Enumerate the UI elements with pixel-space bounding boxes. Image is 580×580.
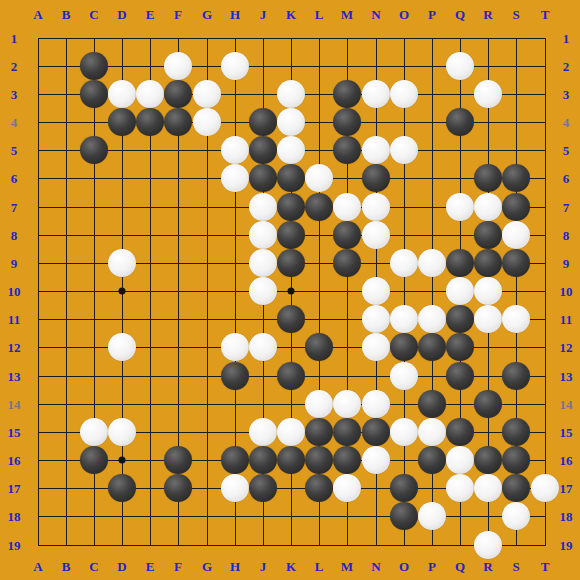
row-label-left-13: 13 [8,370,21,383]
stone-white-Q2[interactable] [446,52,474,80]
row-label-left-17: 17 [8,482,21,495]
stone-white-J9[interactable] [249,249,277,277]
stone-white-N14[interactable] [362,390,390,418]
stone-white-D9[interactable] [108,249,136,277]
stone-white-N3[interactable] [362,80,390,108]
stone-white-K4[interactable] [277,108,305,136]
stone-white-Q16[interactable] [446,446,474,474]
grid-line-horizontal [38,516,546,517]
stone-white-N11[interactable] [362,305,390,333]
row-label-right-5: 5 [563,144,570,157]
stone-black-S7[interactable] [502,193,530,221]
stone-black-R9[interactable] [474,249,502,277]
hoshi-point-D16 [119,457,126,464]
stone-white-P15[interactable] [418,418,446,446]
row-label-right-1: 1 [563,32,570,45]
stone-black-F3[interactable] [164,80,192,108]
stone-black-K7[interactable] [277,193,305,221]
row-label-left-15: 15 [8,426,21,439]
row-label-right-18: 18 [560,510,573,523]
col-label-top-E: E [146,8,155,21]
stone-white-N16[interactable] [362,446,390,474]
row-label-left-4: 4 [11,116,18,129]
stone-black-K6[interactable] [277,164,305,192]
stone-white-L14[interactable] [305,390,333,418]
col-label-bottom-J: J [260,560,267,573]
grid-line-vertical [404,38,405,546]
stone-white-P11[interactable] [418,305,446,333]
stone-white-R3[interactable] [474,80,502,108]
row-label-right-19: 19 [560,539,573,552]
stone-black-C5[interactable] [80,136,108,164]
stone-white-O13[interactable] [390,362,418,390]
row-label-right-16: 16 [560,454,573,467]
stone-white-K3[interactable] [277,80,305,108]
stone-white-O5[interactable] [390,136,418,164]
row-label-left-19: 19 [8,539,21,552]
stone-black-S15[interactable] [502,418,530,446]
stone-white-O9[interactable] [390,249,418,277]
stone-black-M4[interactable] [333,108,361,136]
stone-black-O12[interactable] [390,333,418,361]
stone-black-K8[interactable] [277,221,305,249]
stone-black-P14[interactable] [418,390,446,418]
hoshi-point-D10 [119,288,126,295]
stone-black-L15[interactable] [305,418,333,446]
stone-white-M7[interactable] [333,193,361,221]
col-label-bottom-T: T [541,560,550,573]
stone-black-K13[interactable] [277,362,305,390]
col-label-top-D: D [117,8,126,21]
row-label-right-8: 8 [563,229,570,242]
stone-black-R8[interactable] [474,221,502,249]
row-label-left-1: 1 [11,32,18,45]
stone-black-R14[interactable] [474,390,502,418]
stone-black-D4[interactable] [108,108,136,136]
stone-white-T17[interactable] [531,474,559,502]
stone-white-C15[interactable] [80,418,108,446]
col-label-bottom-F: F [174,560,182,573]
stone-black-M8[interactable] [333,221,361,249]
stone-white-H5[interactable] [221,136,249,164]
stone-black-J5[interactable] [249,136,277,164]
stone-white-S11[interactable] [502,305,530,333]
row-label-right-2: 2 [563,60,570,73]
col-label-top-L: L [315,8,324,21]
stone-black-O17[interactable] [390,474,418,502]
stone-white-R17[interactable] [474,474,502,502]
stone-white-N12[interactable] [362,333,390,361]
stone-black-Q11[interactable] [446,305,474,333]
row-label-right-17: 17 [560,482,573,495]
grid-line-horizontal [38,545,546,546]
col-label-bottom-N: N [371,560,380,573]
stone-black-J4[interactable] [249,108,277,136]
col-label-bottom-B: B [62,560,71,573]
stone-black-M9[interactable] [333,249,361,277]
stone-white-G3[interactable] [193,80,221,108]
row-label-right-13: 13 [560,370,573,383]
grid-line-horizontal [38,38,546,39]
stone-white-M14[interactable] [333,390,361,418]
stone-black-K16[interactable] [277,446,305,474]
stone-black-P16[interactable] [418,446,446,474]
col-label-top-M: M [341,8,353,21]
stone-white-P9[interactable] [418,249,446,277]
stone-black-Q9[interactable] [446,249,474,277]
row-label-left-6: 6 [11,172,18,185]
grid-line-vertical [66,38,67,546]
stone-black-Q12[interactable] [446,333,474,361]
col-label-bottom-C: C [89,560,98,573]
col-label-top-C: C [89,8,98,21]
row-label-left-11: 11 [8,313,20,326]
col-label-bottom-R: R [483,560,492,573]
col-label-bottom-Q: Q [455,560,465,573]
stone-black-M16[interactable] [333,446,361,474]
row-label-right-15: 15 [560,426,573,439]
stone-black-Q13[interactable] [446,362,474,390]
stone-black-N15[interactable] [362,418,390,446]
stone-white-J12[interactable] [249,333,277,361]
grid-line-vertical [545,38,546,546]
stone-white-H12[interactable] [221,333,249,361]
stone-black-F17[interactable] [164,474,192,502]
stone-white-K5[interactable] [277,136,305,164]
stone-white-K15[interactable] [277,418,305,446]
stone-black-E4[interactable] [136,108,164,136]
col-label-bottom-G: G [202,560,212,573]
grid-line-vertical [38,38,39,546]
stone-black-R6[interactable] [474,164,502,192]
col-label-top-F: F [174,8,182,21]
col-label-top-J: J [260,8,267,21]
stone-black-L17[interactable] [305,474,333,502]
col-label-top-P: P [428,8,436,21]
col-label-top-S: S [512,8,519,21]
row-label-left-18: 18 [8,510,21,523]
col-label-top-H: H [230,8,240,21]
col-label-bottom-M: M [341,560,353,573]
stone-black-H13[interactable] [221,362,249,390]
stone-white-S18[interactable] [502,502,530,530]
stone-white-R19[interactable] [474,531,502,559]
stone-black-K11[interactable] [277,305,305,333]
stone-black-Q4[interactable] [446,108,474,136]
stone-black-M15[interactable] [333,418,361,446]
col-label-top-O: O [399,8,409,21]
stone-black-D17[interactable] [108,474,136,502]
stone-black-J6[interactable] [249,164,277,192]
row-label-right-4: 4 [563,116,570,129]
stone-white-O11[interactable] [390,305,418,333]
row-label-left-14: 14 [8,398,21,411]
row-label-left-9: 9 [11,257,18,270]
col-label-bottom-S: S [512,560,519,573]
grid-line-horizontal [38,404,546,405]
col-label-bottom-O: O [399,560,409,573]
stone-white-H6[interactable] [221,164,249,192]
stone-white-M17[interactable] [333,474,361,502]
stone-black-L7[interactable] [305,193,333,221]
row-label-left-10: 10 [8,285,21,298]
row-label-right-12: 12 [560,341,573,354]
col-label-bottom-E: E [146,560,155,573]
stone-white-S8[interactable] [502,221,530,249]
stone-black-J17[interactable] [249,474,277,502]
stone-white-E3[interactable] [136,80,164,108]
stone-black-Q15[interactable] [446,418,474,446]
row-label-left-2: 2 [11,60,18,73]
col-label-top-A: A [33,8,42,21]
stone-white-G4[interactable] [193,108,221,136]
col-label-bottom-K: K [286,560,296,573]
stone-black-S9[interactable] [502,249,530,277]
stone-white-D12[interactable] [108,333,136,361]
stone-white-F2[interactable] [164,52,192,80]
stone-black-N6[interactable] [362,164,390,192]
stone-white-J8[interactable] [249,221,277,249]
stone-white-J15[interactable] [249,418,277,446]
col-label-top-K: K [286,8,296,21]
row-label-right-10: 10 [560,285,573,298]
col-label-top-Q: Q [455,8,465,21]
stone-black-F4[interactable] [164,108,192,136]
row-label-right-11: 11 [560,313,572,326]
col-label-top-R: R [483,8,492,21]
stone-black-S16[interactable] [502,446,530,474]
stone-black-C16[interactable] [80,446,108,474]
row-label-left-5: 5 [11,144,18,157]
col-label-top-T: T [541,8,550,21]
stone-black-J16[interactable] [249,446,277,474]
stone-black-O18[interactable] [390,502,418,530]
stone-black-S6[interactable] [502,164,530,192]
row-label-right-6: 6 [563,172,570,185]
stone-black-K9[interactable] [277,249,305,277]
stone-black-C3[interactable] [80,80,108,108]
row-label-left-3: 3 [11,88,18,101]
col-label-top-N: N [371,8,380,21]
stone-white-D15[interactable] [108,418,136,446]
stone-white-J7[interactable] [249,193,277,221]
stone-white-P18[interactable] [418,502,446,530]
stone-white-N10[interactable] [362,277,390,305]
stone-black-R16[interactable] [474,446,502,474]
stone-white-Q17[interactable] [446,474,474,502]
row-label-left-16: 16 [8,454,21,467]
stone-black-F16[interactable] [164,446,192,474]
stone-white-R7[interactable] [474,193,502,221]
col-label-bottom-H: H [230,560,240,573]
stone-black-M5[interactable] [333,136,361,164]
stone-black-P12[interactable] [418,333,446,361]
stone-black-M3[interactable] [333,80,361,108]
stone-white-O3[interactable] [390,80,418,108]
stone-black-S13[interactable] [502,362,530,390]
stone-white-Q10[interactable] [446,277,474,305]
col-label-top-G: G [202,8,212,21]
row-label-left-7: 7 [11,201,18,214]
stone-black-C2[interactable] [80,52,108,80]
stone-white-Q7[interactable] [446,193,474,221]
stone-black-H16[interactable] [221,446,249,474]
stone-white-H17[interactable] [221,474,249,502]
go-board[interactable]: AABBCCDDEEFFGGHHJJKKLLMMNNOOPPQQRRSSTT11… [0,0,580,580]
row-label-right-9: 9 [563,257,570,270]
col-label-bottom-P: P [428,560,436,573]
col-label-top-B: B [62,8,71,21]
stone-white-D3[interactable] [108,80,136,108]
row-label-right-14: 14 [560,398,573,411]
stone-white-N5[interactable] [362,136,390,164]
stone-black-L16[interactable] [305,446,333,474]
stone-white-R10[interactable] [474,277,502,305]
row-label-left-12: 12 [8,341,21,354]
stone-white-O15[interactable] [390,418,418,446]
col-label-bottom-L: L [315,560,324,573]
stone-white-R11[interactable] [474,305,502,333]
col-label-bottom-A: A [33,560,42,573]
stone-white-N8[interactable] [362,221,390,249]
stone-white-J10[interactable] [249,277,277,305]
row-label-left-8: 8 [11,229,18,242]
stone-white-N7[interactable] [362,193,390,221]
row-label-right-7: 7 [563,201,570,214]
hoshi-point-K10 [288,288,295,295]
row-label-right-3: 3 [563,88,570,101]
stone-white-H2[interactable] [221,52,249,80]
stone-black-S17[interactable] [502,474,530,502]
stone-black-L12[interactable] [305,333,333,361]
col-label-bottom-D: D [117,560,126,573]
stone-white-L6[interactable] [305,164,333,192]
